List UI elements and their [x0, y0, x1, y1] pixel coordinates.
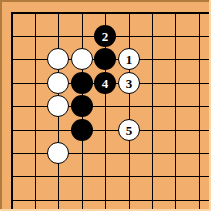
- stone-black: [71, 72, 93, 94]
- grid-line-vertical: [175, 12, 176, 211]
- stone-move-number: 5: [126, 124, 133, 137]
- board-frame-edge-right: [209, 0, 211, 211]
- grid-line-vertical: [11, 12, 13, 211]
- grid-line-horizontal: [11, 130, 211, 131]
- grid-line-horizontal: [11, 200, 211, 201]
- grid-line-vertical: [35, 12, 36, 211]
- grid-line-horizontal: [11, 153, 211, 154]
- stone-white: [47, 48, 69, 70]
- grid-line-vertical: [152, 12, 153, 211]
- stone-white-move-3: 3: [118, 72, 140, 94]
- board-frame-edge-left: [0, 0, 2, 211]
- grid-line-vertical: [199, 12, 200, 211]
- stone-move-number: 2: [102, 30, 109, 43]
- grid-line-vertical: [129, 12, 130, 211]
- stone-black-move-4: 4: [94, 72, 116, 94]
- stone-white: [47, 142, 69, 164]
- stone-black: [71, 119, 93, 141]
- stone-white: [47, 95, 69, 117]
- stone-move-number: 3: [126, 77, 133, 90]
- go-board: 21435: [0, 0, 211, 211]
- stone-black: [94, 48, 116, 70]
- stone-white: [71, 48, 93, 70]
- stone-black: [71, 95, 93, 117]
- grid-line-horizontal: [11, 106, 211, 107]
- stone-white-move-5: 5: [118, 119, 140, 141]
- board-frame-edge-top: [0, 0, 211, 2]
- board-frame-edge-bottom: [0, 209, 211, 211]
- stone-move-number: 1: [126, 53, 133, 66]
- stone-white-move-1: 1: [118, 48, 140, 70]
- grid-line-horizontal: [11, 176, 211, 177]
- stone-move-number: 4: [102, 77, 109, 90]
- grid-line-horizontal: [11, 12, 211, 14]
- stone-black-move-2: 2: [94, 25, 116, 47]
- stone-white: [47, 72, 69, 94]
